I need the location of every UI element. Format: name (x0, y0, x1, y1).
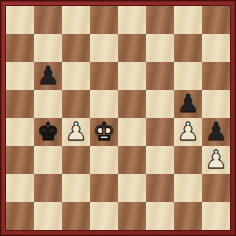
square-h5[interactable] (202, 90, 230, 118)
square-c4[interactable]: ♟ (62, 118, 90, 146)
black-king[interactable]: ♚ (37, 118, 59, 146)
square-h8[interactable] (202, 6, 230, 34)
square-b1[interactable] (34, 202, 62, 230)
square-a3[interactable] (6, 146, 34, 174)
square-f2[interactable] (146, 174, 174, 202)
square-b6[interactable]: ♟ (34, 62, 62, 90)
square-c5[interactable] (62, 90, 90, 118)
square-b3[interactable] (34, 146, 62, 174)
square-f3[interactable] (146, 146, 174, 174)
square-c8[interactable] (62, 6, 90, 34)
chess-board: ♟♟♚♟♚♟♟♟ (6, 6, 230, 230)
square-d2[interactable] (90, 174, 118, 202)
square-e1[interactable] (118, 202, 146, 230)
square-a1[interactable] (6, 202, 34, 230)
square-d4[interactable]: ♚ (90, 118, 118, 146)
square-g2[interactable] (174, 174, 202, 202)
white-pawn[interactable]: ♟ (65, 118, 87, 146)
square-b8[interactable] (34, 6, 62, 34)
black-pawn[interactable]: ♟ (37, 62, 59, 90)
square-d5[interactable] (90, 90, 118, 118)
square-g1[interactable] (174, 202, 202, 230)
square-d8[interactable] (90, 6, 118, 34)
square-d3[interactable] (90, 146, 118, 174)
black-pawn[interactable]: ♟ (177, 90, 199, 118)
square-e2[interactable] (118, 174, 146, 202)
square-c7[interactable] (62, 34, 90, 62)
square-e6[interactable] (118, 62, 146, 90)
board-frame: ♟♟♚♟♚♟♟♟ (0, 0, 236, 236)
square-h6[interactable] (202, 62, 230, 90)
square-g3[interactable] (174, 146, 202, 174)
square-a8[interactable] (6, 6, 34, 34)
square-e8[interactable] (118, 6, 146, 34)
square-a7[interactable] (6, 34, 34, 62)
square-g8[interactable] (174, 6, 202, 34)
square-a5[interactable] (6, 90, 34, 118)
square-f8[interactable] (146, 6, 174, 34)
square-g5[interactable]: ♟ (174, 90, 202, 118)
square-h7[interactable] (202, 34, 230, 62)
square-c1[interactable] (62, 202, 90, 230)
square-h2[interactable] (202, 174, 230, 202)
square-b7[interactable] (34, 34, 62, 62)
square-e5[interactable] (118, 90, 146, 118)
white-pawn[interactable]: ♟ (177, 118, 199, 146)
square-d7[interactable] (90, 34, 118, 62)
square-h1[interactable] (202, 202, 230, 230)
square-e7[interactable] (118, 34, 146, 62)
square-g7[interactable] (174, 34, 202, 62)
square-c6[interactable] (62, 62, 90, 90)
square-f5[interactable] (146, 90, 174, 118)
square-d6[interactable] (90, 62, 118, 90)
square-c2[interactable] (62, 174, 90, 202)
square-b5[interactable] (34, 90, 62, 118)
square-b2[interactable] (34, 174, 62, 202)
square-f1[interactable] (146, 202, 174, 230)
white-king[interactable]: ♚ (93, 118, 115, 146)
square-f6[interactable] (146, 62, 174, 90)
square-c3[interactable] (62, 146, 90, 174)
square-g6[interactable] (174, 62, 202, 90)
square-f7[interactable] (146, 34, 174, 62)
square-e3[interactable] (118, 146, 146, 174)
square-a2[interactable] (6, 174, 34, 202)
square-a4[interactable] (6, 118, 34, 146)
square-d1[interactable] (90, 202, 118, 230)
square-f4[interactable] (146, 118, 174, 146)
white-pawn[interactable]: ♟ (205, 146, 227, 174)
square-h3[interactable]: ♟ (202, 146, 230, 174)
square-g4[interactable]: ♟ (174, 118, 202, 146)
square-h4[interactable]: ♟ (202, 118, 230, 146)
black-pawn[interactable]: ♟ (205, 118, 227, 146)
square-e4[interactable] (118, 118, 146, 146)
square-a6[interactable] (6, 62, 34, 90)
square-b4[interactable]: ♚ (34, 118, 62, 146)
